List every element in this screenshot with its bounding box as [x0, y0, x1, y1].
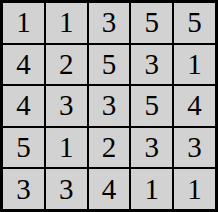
grid-cell-r1c1[interactable]: 1	[3, 3, 44, 43]
grid-cell-r5c2[interactable]: 3	[46, 169, 87, 209]
grid-cell-r4c2[interactable]: 1	[46, 128, 87, 168]
grid-cell-r1c4[interactable]: 5	[131, 3, 172, 43]
grid-cell-r1c5[interactable]: 5	[174, 3, 215, 43]
grid-cell-r2c2[interactable]: 2	[46, 45, 87, 85]
grid-cell-r5c1[interactable]: 3	[3, 169, 44, 209]
grid-cell-r3c2[interactable]: 3	[46, 86, 87, 126]
grid-cell-r5c3[interactable]: 4	[89, 169, 130, 209]
grid-cell-r3c3[interactable]: 3	[89, 86, 130, 126]
grid-cell-r2c1[interactable]: 4	[3, 45, 44, 85]
grid-cell-r4c5[interactable]: 3	[174, 128, 215, 168]
puzzle-board: 1135542531433545123333411	[0, 0, 218, 212]
grid-cell-r2c3[interactable]: 5	[89, 45, 130, 85]
grid-cell-r4c4[interactable]: 3	[131, 128, 172, 168]
grid-cell-r3c1[interactable]: 4	[3, 86, 44, 126]
grid-cell-r2c4[interactable]: 3	[131, 45, 172, 85]
grid-cell-r1c2[interactable]: 1	[46, 3, 87, 43]
grid-cell-r2c5[interactable]: 1	[174, 45, 215, 85]
grid-cell-r3c5[interactable]: 4	[174, 86, 215, 126]
grid-cell-r4c1[interactable]: 5	[3, 128, 44, 168]
grid-cell-r3c4[interactable]: 5	[131, 86, 172, 126]
grid-cell-r5c4[interactable]: 1	[131, 169, 172, 209]
grid-cell-r5c5[interactable]: 1	[174, 169, 215, 209]
grid-cell-r1c3[interactable]: 3	[89, 3, 130, 43]
grid-cell-r4c3[interactable]: 2	[89, 128, 130, 168]
